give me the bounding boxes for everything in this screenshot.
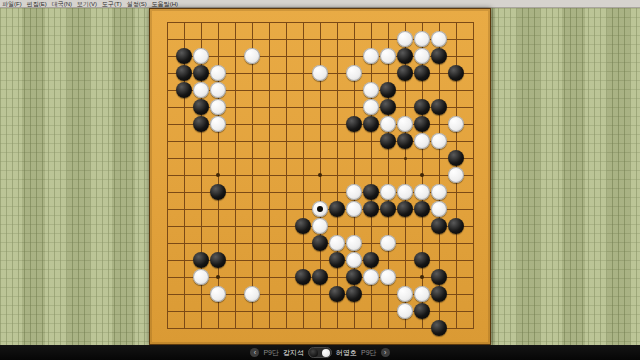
- black-stone: [329, 201, 345, 217]
- black-stone: [414, 303, 430, 319]
- white-stone: [363, 99, 379, 115]
- white-stone: [414, 133, 430, 149]
- white-stone: [380, 48, 396, 64]
- prev-move-button[interactable]: ‹: [250, 348, 259, 357]
- black-stone: [414, 116, 430, 132]
- black-stone: [380, 99, 396, 115]
- white-stone: [397, 303, 413, 319]
- white-stone: [431, 201, 447, 217]
- black-stone: [431, 286, 447, 302]
- black-stone: [176, 48, 192, 64]
- white-stone: [414, 48, 430, 64]
- menu-bar: 파일(F)편집(E)대국(N)보기(V)도구(T)설정(S)도움말(H): [0, 0, 640, 8]
- white-stone: [363, 269, 379, 285]
- white-stone: [193, 269, 209, 285]
- black-stone: [210, 252, 226, 268]
- white-stone: [431, 133, 447, 149]
- black-stone: [363, 201, 379, 217]
- white-stone: [312, 65, 328, 81]
- board-grid[interactable]: [167, 22, 474, 329]
- black-stone: [193, 252, 209, 268]
- white-stone: [244, 48, 260, 64]
- menu-item[interactable]: 보기(V): [77, 0, 97, 8]
- white-stone: [414, 184, 430, 200]
- menu-item[interactable]: 대국(N): [52, 0, 72, 8]
- white-stone: [397, 31, 413, 47]
- star-point: [216, 173, 220, 177]
- go-board[interactable]: [149, 8, 491, 345]
- black-stone: [363, 116, 379, 132]
- white-player-name: 허영호: [336, 345, 357, 360]
- black-stone: [312, 269, 328, 285]
- black-stone: [380, 133, 396, 149]
- white-player-rank: P9단: [361, 345, 377, 360]
- white-stone: [380, 116, 396, 132]
- menu-item[interactable]: 편집(E): [27, 0, 47, 8]
- menu-item[interactable]: 파일(F): [2, 0, 22, 8]
- black-stone: [397, 65, 413, 81]
- black-stone: [346, 269, 362, 285]
- black-stone: [431, 269, 447, 285]
- white-stone: [397, 184, 413, 200]
- white-stone: [346, 201, 362, 217]
- star-point: [318, 173, 322, 177]
- white-stone: [346, 235, 362, 251]
- black-stone: [312, 235, 328, 251]
- white-stone: [244, 286, 260, 302]
- white-stone: [431, 184, 447, 200]
- black-stone: [193, 65, 209, 81]
- menu-item[interactable]: 설정(S): [127, 0, 147, 8]
- white-stone: [193, 48, 209, 64]
- black-stone: [380, 201, 396, 217]
- white-stone: [329, 235, 345, 251]
- white-stone: [380, 184, 396, 200]
- bamboo-mat-background: ‹ P9단 강지석 허영호 P9단 ›: [0, 8, 640, 360]
- black-stone: [295, 269, 311, 285]
- black-stone: [431, 218, 447, 234]
- black-stone: [176, 82, 192, 98]
- black-stone: [210, 184, 226, 200]
- white-stone: [210, 116, 226, 132]
- white-stone: [448, 116, 464, 132]
- black-stone: [380, 82, 396, 98]
- black-stone: [448, 150, 464, 166]
- black-stone: [346, 116, 362, 132]
- white-stone: [363, 48, 379, 64]
- black-stone-icon: [310, 349, 318, 357]
- black-stone: [414, 65, 430, 81]
- black-stone: [363, 184, 379, 200]
- black-stone: [193, 116, 209, 132]
- black-stone: [193, 99, 209, 115]
- black-stone: [431, 48, 447, 64]
- white-stone: [346, 65, 362, 81]
- black-stone: [414, 201, 430, 217]
- black-player-rank: P9단: [263, 345, 279, 360]
- black-stone: [397, 48, 413, 64]
- white-stone: [363, 82, 379, 98]
- black-stone: [363, 252, 379, 268]
- white-stone: [397, 286, 413, 302]
- white-stone: [414, 286, 430, 302]
- last-move-marker: [317, 206, 323, 212]
- star-point: [420, 275, 424, 279]
- white-stone: [380, 235, 396, 251]
- stone-color-toggle[interactable]: [308, 347, 332, 358]
- next-move-button[interactable]: ›: [381, 348, 390, 357]
- white-stone: [210, 99, 226, 115]
- black-stone: [448, 65, 464, 81]
- menu-item[interactable]: 도구(T): [102, 0, 122, 8]
- white-stone: [193, 82, 209, 98]
- board-dot-marker: [404, 157, 407, 160]
- white-stone-icon: [322, 349, 330, 357]
- star-point: [216, 275, 220, 279]
- white-stone: [312, 218, 328, 234]
- white-stone: [397, 116, 413, 132]
- white-stone: [210, 286, 226, 302]
- white-stone: [448, 167, 464, 183]
- white-stone: [431, 31, 447, 47]
- black-stone: [397, 201, 413, 217]
- white-stone: [210, 65, 226, 81]
- black-stone: [397, 133, 413, 149]
- black-stone: [329, 286, 345, 302]
- menu-item[interactable]: 도움말(H): [152, 0, 178, 8]
- black-stone: [448, 218, 464, 234]
- white-stone: [414, 31, 430, 47]
- white-stone: [380, 269, 396, 285]
- black-stone: [346, 286, 362, 302]
- black-stone: [414, 99, 430, 115]
- black-player-name: 강지석: [283, 345, 304, 360]
- black-stone: [431, 99, 447, 115]
- white-stone: [346, 252, 362, 268]
- black-stone: [295, 218, 311, 234]
- player-bar: ‹ P9단 강지석 허영호 P9단 ›: [0, 345, 640, 360]
- white-stone: [346, 184, 362, 200]
- black-stone: [176, 65, 192, 81]
- white-stone: [312, 201, 328, 217]
- star-point: [420, 173, 424, 177]
- white-stone: [210, 82, 226, 98]
- black-stone: [329, 252, 345, 268]
- black-stone: [431, 320, 447, 336]
- black-stone: [414, 252, 430, 268]
